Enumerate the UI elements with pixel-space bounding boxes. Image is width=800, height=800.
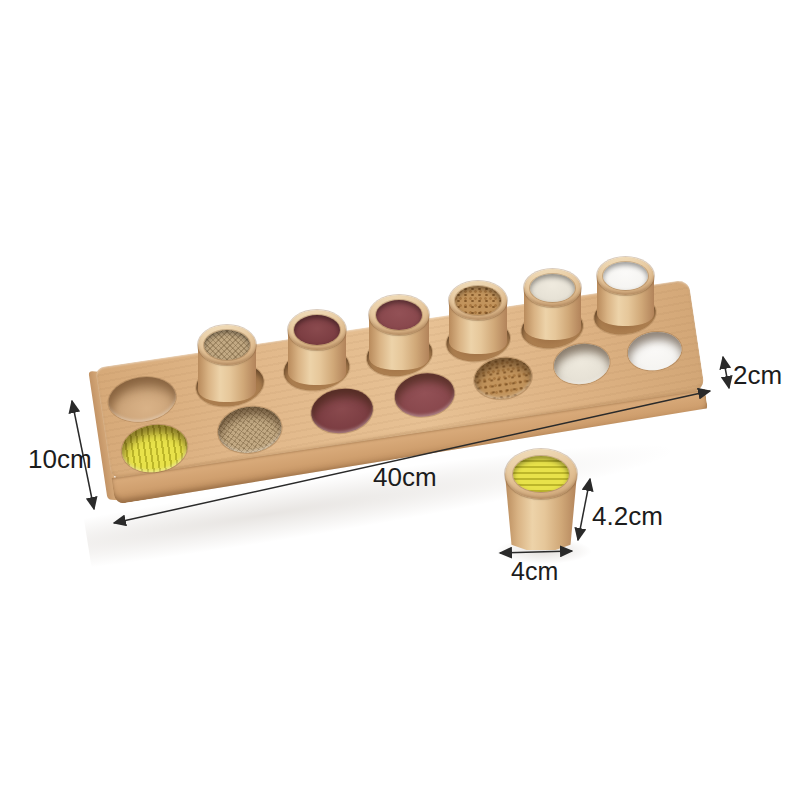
cylinder-dark-red-sandpaper-texture [376, 300, 422, 330]
cylinder-dark-brown-fabric-texture [294, 315, 340, 345]
back-slot-hole-1 [105, 373, 179, 427]
cylinder-cream-smooth-top [524, 269, 581, 307]
cylinder-burlap-texture [204, 330, 250, 360]
front-recess-dark-red-sandpaper [392, 369, 458, 420]
cylinder-burlap [198, 325, 256, 402]
cylinder-burlap-top [198, 325, 256, 365]
cylinder-diameter-label: 4cm [511, 558, 558, 586]
board-width-label: 10cm [28, 445, 92, 474]
cylinder-dark-red-sandpaper [369, 295, 429, 370]
product-photo-scene: 10cm 40cm 2cm 4.2cm 4cm [0, 0, 800, 800]
front-recess-burlap [215, 402, 285, 457]
front-recess-white-smooth [625, 328, 684, 374]
cylinder-dark-brown-fabric-top [288, 310, 346, 350]
cylinder-white-smooth-texture [603, 262, 648, 290]
board-thickness-arrow [723, 357, 729, 388]
front-recess-cream-smooth [551, 340, 612, 388]
cylinder-cork-top [449, 281, 507, 320]
cylinder-cork [449, 281, 507, 355]
board-length-label: 40cm [373, 463, 437, 492]
front-recess-yellow-corrugated [118, 420, 190, 476]
cylinder-cream-smooth-texture [530, 274, 575, 302]
cylinder-cream-smooth [524, 269, 581, 340]
board-thickness-label: 2cm [733, 361, 782, 390]
front-recess-dark-brown-fabric [308, 385, 376, 438]
cylinder-dark-brown-fabric [288, 310, 346, 385]
loose-cylinder-yellow-corrugated-top [505, 449, 577, 499]
cylinder-white-smooth [597, 257, 654, 326]
loose-cylinder-yellow-corrugated [505, 449, 577, 550]
cylinder-white-smooth-top [597, 257, 654, 295]
loose-cylinder-yellow-corrugated-texture [513, 456, 569, 492]
cylinder-height-label: 4.2cm [592, 502, 663, 531]
cylinder-dark-red-sandpaper-top [369, 295, 429, 335]
cylinder-cork-texture [455, 286, 501, 315]
